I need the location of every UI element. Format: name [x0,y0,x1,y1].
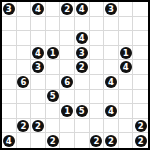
cell-r2c9[interactable] [133,31,148,46]
clue-disc: 2 [17,120,29,132]
clue-disc: 4 [32,47,44,59]
cell-r9c0[interactable]: 4 [2,133,17,148]
cell-r1c6[interactable] [90,17,105,32]
cell-r9c4[interactable] [60,133,75,148]
cell-r3c3[interactable]: 1 [46,46,61,61]
cell-r4c8[interactable]: 4 [119,60,134,75]
cell-r8c4[interactable] [60,119,75,134]
clue-disc: 2 [135,135,147,147]
cell-r7c4[interactable]: 1 [60,104,75,119]
cell-r0c3[interactable] [46,2,61,17]
cell-r7c8[interactable] [119,104,134,119]
cell-r6c6[interactable] [90,90,105,105]
cell-r1c7[interactable] [104,17,119,32]
cell-r8c8[interactable] [119,119,134,134]
cell-r9c3[interactable]: 2 [46,133,61,148]
cell-r3c6[interactable] [90,46,105,61]
cell-r4c4[interactable] [60,60,75,75]
cell-r9c2[interactable] [31,133,46,148]
clue-disc: 2 [32,120,44,132]
clue-disc: 5 [76,105,88,117]
cell-r2c1[interactable] [17,31,32,46]
cell-r5c5[interactable] [75,75,90,90]
clue-disc: 3 [76,47,88,59]
cell-r7c0[interactable] [2,104,17,119]
cell-r4c1[interactable] [17,60,32,75]
cell-r8c0[interactable] [2,119,17,134]
clue-disc: 2 [105,135,117,147]
cell-r1c5[interactable] [75,17,90,32]
cell-r0c7[interactable]: 3 [104,2,119,17]
cell-r1c1[interactable] [17,17,32,32]
cell-r3c7[interactable] [104,46,119,61]
cell-r1c4[interactable] [60,17,75,32]
cell-r3c8[interactable]: 1 [119,46,134,61]
clue-disc: 6 [17,76,29,88]
cell-r2c4[interactable] [60,31,75,46]
cell-r9c8[interactable] [119,133,134,148]
cell-r9c7[interactable]: 2 [104,133,119,148]
cell-r2c2[interactable] [31,31,46,46]
cell-r1c8[interactable] [119,17,134,32]
cell-r5c8[interactable] [119,75,134,90]
cell-r7c5[interactable]: 5 [75,104,90,119]
cell-r3c1[interactable] [17,46,32,61]
cell-r7c9[interactable] [133,104,148,119]
cell-r3c5[interactable]: 3 [75,46,90,61]
cell-r8c3[interactable] [46,119,61,134]
cell-r4c3[interactable] [46,60,61,75]
cell-r2c5[interactable]: 4 [75,31,90,46]
clue-disc: 2 [135,120,147,132]
cell-r6c8[interactable] [119,90,134,105]
cell-r6c5[interactable] [75,90,90,105]
cell-r6c7[interactable] [104,90,119,105]
clue-disc: 2 [47,135,59,147]
cell-r2c3[interactable] [46,31,61,46]
cell-r0c6[interactable] [90,2,105,17]
clue-disc: 2 [61,3,73,15]
clue-disc: 4 [3,135,15,147]
cell-r6c9[interactable] [133,90,148,105]
cell-r9c5[interactable] [75,133,90,148]
cell-r5c9[interactable] [133,75,148,90]
cell-r1c2[interactable] [31,17,46,32]
cell-r3c9[interactable] [133,46,148,61]
cell-r8c2[interactable]: 2 [31,119,46,134]
clue-disc: 4 [76,32,88,44]
cell-r7c1[interactable] [17,104,32,119]
cell-r0c2[interactable]: 4 [31,2,46,17]
clue-disc: 4 [105,105,117,117]
cell-r1c3[interactable] [46,17,61,32]
cell-r4c6[interactable] [90,60,105,75]
cell-r0c0[interactable]: 3 [2,2,17,17]
clue-disc: 5 [47,90,59,102]
cell-r6c4[interactable] [60,90,75,105]
cell-r2c6[interactable] [90,31,105,46]
cell-r5c6[interactable] [90,75,105,90]
cell-r5c0[interactable] [2,75,17,90]
cell-r5c4[interactable]: 6 [60,75,75,90]
cell-r6c2[interactable] [31,90,46,105]
cell-r8c5[interactable] [75,119,90,134]
cell-r9c6[interactable]: 2 [90,133,105,148]
cell-r0c4[interactable]: 2 [60,2,75,17]
cell-r1c9[interactable] [133,17,148,32]
puzzle-board: 3424344131324664515422242222 [0,0,150,150]
clue-disc: 6 [61,76,73,88]
clue-disc: 4 [105,76,117,88]
cell-r2c0[interactable] [2,31,17,46]
cell-r1c0[interactable] [2,17,17,32]
cell-r7c7[interactable]: 4 [104,104,119,119]
cell-r2c8[interactable] [119,31,134,46]
cell-r9c1[interactable] [17,133,32,148]
clue-disc: 1 [47,47,59,59]
cell-r0c5[interactable]: 4 [75,2,90,17]
cell-r7c3[interactable] [46,104,61,119]
cell-r2c7[interactable] [104,31,119,46]
clue-disc: 1 [61,105,73,117]
clue-disc: 4 [32,3,44,15]
cell-r4c0[interactable] [2,60,17,75]
cell-r0c9[interactable] [133,2,148,17]
cell-r8c6[interactable] [90,119,105,134]
cell-r3c2[interactable]: 4 [31,46,46,61]
cell-r5c7[interactable]: 4 [104,75,119,90]
cell-r7c6[interactable] [90,104,105,119]
clue-disc: 3 [105,3,117,15]
cell-r9c9[interactable]: 2 [133,133,148,148]
cell-r4c7[interactable] [104,60,119,75]
clue-disc: 4 [120,61,132,73]
clue-disc: 3 [3,3,15,15]
cell-r6c1[interactable] [17,90,32,105]
cell-r6c0[interactable] [2,90,17,105]
cell-r7c2[interactable] [31,104,46,119]
cell-r5c3[interactable] [46,75,61,90]
cell-r6c3[interactable]: 5 [46,90,61,105]
clue-disc: 2 [90,135,102,147]
clue-disc: 4 [76,3,88,15]
cell-r4c2[interactable]: 3 [31,60,46,75]
clue-disc: 2 [76,61,88,73]
cell-r4c5[interactable]: 2 [75,60,90,75]
clue-disc: 3 [32,61,44,73]
cell-r0c8[interactable] [119,2,134,17]
cell-r8c9[interactable]: 2 [133,119,148,134]
cell-r5c2[interactable] [31,75,46,90]
cell-r0c1[interactable] [17,2,32,17]
cell-r5c1[interactable]: 6 [17,75,32,90]
cell-r3c4[interactable] [60,46,75,61]
cell-r8c7[interactable] [104,119,119,134]
clue-disc: 1 [120,47,132,59]
cell-r4c9[interactable] [133,60,148,75]
cell-r3c0[interactable] [2,46,17,61]
cell-r8c1[interactable]: 2 [17,119,32,134]
